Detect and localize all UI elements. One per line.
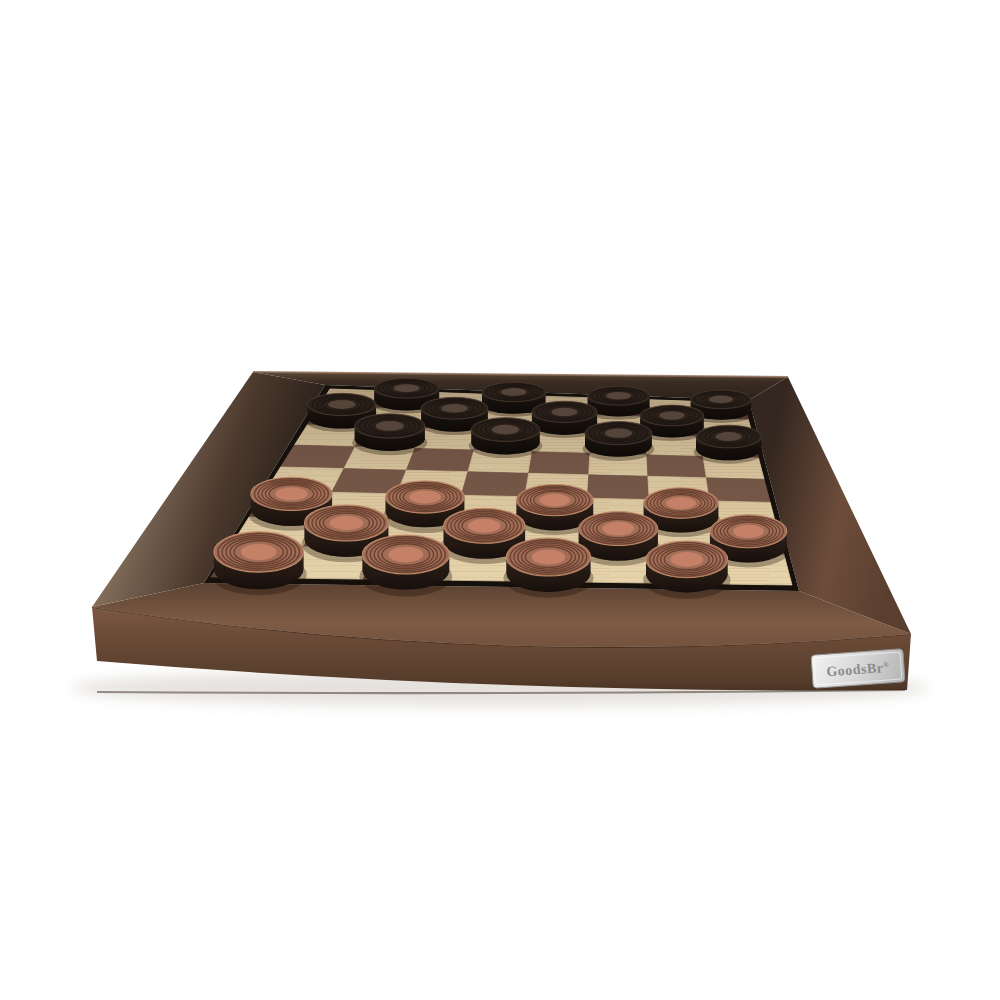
piece-red-e1 bbox=[503, 538, 593, 598]
checkers-board: GoodsBr® bbox=[0, 0, 1000, 1000]
piece-dark-f6 bbox=[583, 422, 655, 461]
piece-dark-b6 bbox=[352, 414, 427, 455]
piece-red-g1 bbox=[643, 541, 731, 599]
piece-dark-d6 bbox=[469, 418, 542, 458]
brand-plate: GoodsBr® bbox=[811, 649, 905, 688]
piece-red-c1 bbox=[359, 535, 452, 596]
piece-red-a1 bbox=[211, 532, 307, 595]
checkers-board-photo: GoodsBr® bbox=[0, 0, 1000, 1000]
piece-dark-h6 bbox=[694, 425, 764, 463]
brand-mark: ® bbox=[883, 660, 890, 669]
